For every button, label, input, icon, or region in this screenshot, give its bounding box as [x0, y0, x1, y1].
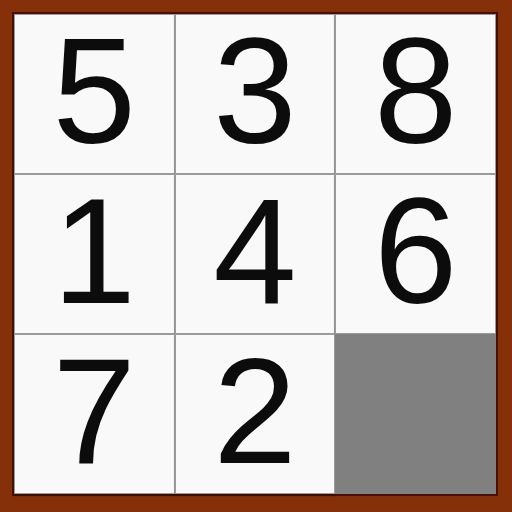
- empty-cell: [335, 334, 496, 494]
- tile-6[interactable]: 6: [335, 174, 496, 334]
- puzzle-grid: 5 3 8 1 4 6 7 2: [14, 14, 496, 494]
- puzzle-board: 5 3 8 1 4 6 7 2: [0, 0, 512, 512]
- tile-1[interactable]: 1: [14, 174, 175, 334]
- tile-7[interactable]: 7: [14, 334, 175, 494]
- tile-5[interactable]: 5: [14, 14, 175, 174]
- tile-2[interactable]: 2: [175, 334, 336, 494]
- tile-8[interactable]: 8: [335, 14, 496, 174]
- tile-4[interactable]: 4: [175, 174, 336, 334]
- tile-3[interactable]: 3: [175, 14, 336, 174]
